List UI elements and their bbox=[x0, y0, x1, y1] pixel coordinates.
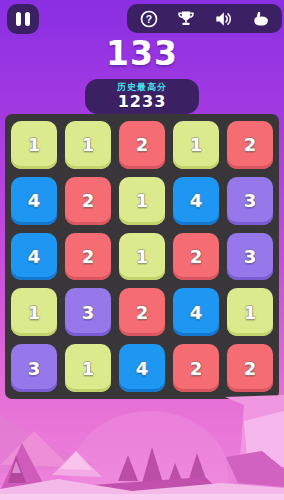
top-icon-bar: ? bbox=[127, 4, 282, 33]
tile-r4c4[interactable]: 4 bbox=[173, 288, 219, 336]
tile-r1c1[interactable]: 1 bbox=[11, 121, 57, 169]
tile-r5c3[interactable]: 4 bbox=[119, 344, 165, 392]
tile-r2c5[interactable]: 3 bbox=[227, 177, 273, 225]
help-button[interactable]: ? bbox=[138, 8, 160, 30]
tile-r5c5[interactable]: 2 bbox=[227, 344, 273, 392]
pause-icon bbox=[16, 12, 30, 26]
tile-r3c1[interactable]: 4 bbox=[11, 233, 57, 281]
tile-r3c3[interactable]: 1 bbox=[119, 233, 165, 281]
tile-r2c3[interactable]: 1 bbox=[119, 177, 165, 225]
speaker-icon bbox=[213, 9, 233, 29]
tile-r5c4[interactable]: 2 bbox=[173, 344, 219, 392]
tile-r3c4[interactable]: 2 bbox=[173, 233, 219, 281]
tile-r4c1[interactable]: 1 bbox=[11, 288, 57, 336]
hand-button[interactable] bbox=[249, 8, 271, 30]
tile-r3c5[interactable]: 3 bbox=[227, 233, 273, 281]
trophy-icon bbox=[176, 9, 196, 29]
tile-r3c2[interactable]: 2 bbox=[65, 233, 111, 281]
question-circle-icon: ? bbox=[139, 9, 159, 29]
board: 1121242143421231324131422 bbox=[5, 114, 279, 399]
tile-r2c2[interactable]: 2 bbox=[65, 177, 111, 225]
best-score-pill: 历史最高分 1233 bbox=[85, 79, 199, 114]
tile-r2c4[interactable]: 4 bbox=[173, 177, 219, 225]
tile-r4c2[interactable]: 3 bbox=[65, 288, 111, 336]
tile-r1c2[interactable]: 1 bbox=[65, 121, 111, 169]
current-score: 133 bbox=[0, 37, 284, 70]
tile-r5c2[interactable]: 1 bbox=[65, 344, 111, 392]
leaderboard-button[interactable] bbox=[175, 8, 197, 30]
background-landscape bbox=[0, 395, 284, 500]
best-score-value: 1233 bbox=[85, 93, 199, 110]
tile-r2c1[interactable]: 4 bbox=[11, 177, 57, 225]
game-screen: ? 133 历史最高分 1233 11212421434212313241314… bbox=[0, 0, 284, 500]
tile-r1c3[interactable]: 2 bbox=[119, 121, 165, 169]
hand-gesture-icon bbox=[250, 9, 270, 29]
sound-button[interactable] bbox=[212, 8, 234, 30]
tile-r5c1[interactable]: 3 bbox=[11, 344, 57, 392]
tile-r1c4[interactable]: 1 bbox=[173, 121, 219, 169]
svg-text:?: ? bbox=[146, 13, 152, 24]
pause-button[interactable] bbox=[7, 4, 39, 34]
tile-r4c3[interactable]: 2 bbox=[119, 288, 165, 336]
tile-r1c5[interactable]: 2 bbox=[227, 121, 273, 169]
tile-r4c5[interactable]: 1 bbox=[227, 288, 273, 336]
